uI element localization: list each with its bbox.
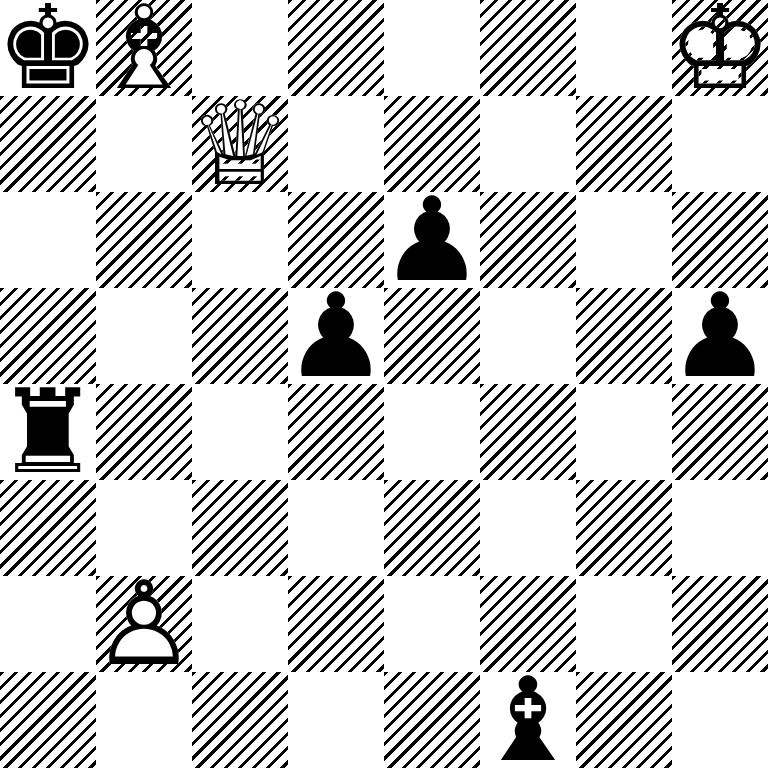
square-f6[interactable] [480,192,576,288]
square-d7[interactable] [288,96,384,192]
square-b8[interactable]: ♝♗ [96,0,192,96]
square-a1[interactable] [0,672,96,768]
square-b2[interactable]: ♟♙ [96,576,192,672]
square-e4[interactable] [384,384,480,480]
square-e6[interactable]: ♟ [384,192,480,288]
square-d1[interactable] [288,672,384,768]
square-d3[interactable] [288,480,384,576]
square-f4[interactable] [480,384,576,480]
square-c1[interactable] [192,672,288,768]
square-h4[interactable] [672,384,768,480]
piece-white-pawn[interactable]: ♙ [96,576,192,672]
piece-black-rook[interactable]: ♜ [0,384,96,480]
square-a4[interactable]: ♜ [0,384,96,480]
square-c3[interactable] [192,480,288,576]
square-a3[interactable] [0,480,96,576]
square-e1[interactable] [384,672,480,768]
square-d5[interactable]: ♟ [288,288,384,384]
square-e8[interactable] [384,0,480,96]
square-g3[interactable] [576,480,672,576]
square-d8[interactable] [288,0,384,96]
square-a7[interactable] [0,96,96,192]
square-g2[interactable] [576,576,672,672]
square-f5[interactable] [480,288,576,384]
piece-black-king[interactable]: ♚ [0,0,96,96]
square-h3[interactable] [672,480,768,576]
square-f8[interactable] [480,0,576,96]
square-g5[interactable] [576,288,672,384]
square-b6[interactable] [96,192,192,288]
square-e5[interactable] [384,288,480,384]
square-a6[interactable] [0,192,96,288]
square-h2[interactable] [672,576,768,672]
square-a8[interactable]: ♚ [0,0,96,96]
piece-white-queen[interactable]: ♕ [192,96,288,192]
square-b5[interactable] [96,288,192,384]
square-a2[interactable] [0,576,96,672]
square-b4[interactable] [96,384,192,480]
square-c5[interactable] [192,288,288,384]
piece-white-king[interactable]: ♔ [672,0,768,96]
square-h1[interactable] [672,672,768,768]
square-f7[interactable] [480,96,576,192]
square-c4[interactable] [192,384,288,480]
square-e3[interactable] [384,480,480,576]
square-e2[interactable] [384,576,480,672]
piece-black-pawn[interactable]: ♟ [672,288,768,384]
piece-white-bishop[interactable]: ♗ [96,0,192,96]
square-g4[interactable] [576,384,672,480]
square-h5[interactable]: ♟ [672,288,768,384]
piece-black-bishop[interactable]: ♝ [480,672,576,768]
square-c6[interactable] [192,192,288,288]
square-g6[interactable] [576,192,672,288]
square-c7[interactable]: ♛♕ [192,96,288,192]
square-g7[interactable] [576,96,672,192]
chess-board: ♚♝♗♚♔♛♕♟♟♟♜♟♙♝ [0,0,768,768]
square-g1[interactable] [576,672,672,768]
square-h7[interactable] [672,96,768,192]
square-c2[interactable] [192,576,288,672]
square-f1[interactable]: ♝ [480,672,576,768]
square-b7[interactable] [96,96,192,192]
piece-black-pawn[interactable]: ♟ [288,288,384,384]
square-b1[interactable] [96,672,192,768]
square-f3[interactable] [480,480,576,576]
square-d4[interactable] [288,384,384,480]
square-d2[interactable] [288,576,384,672]
square-g8[interactable] [576,0,672,96]
square-h8[interactable]: ♚♔ [672,0,768,96]
piece-black-pawn[interactable]: ♟ [384,192,480,288]
